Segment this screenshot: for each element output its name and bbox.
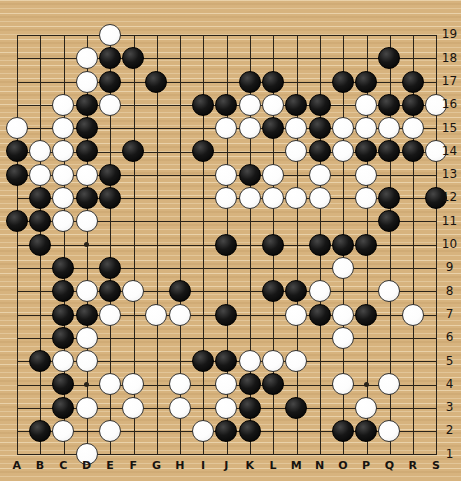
black-stone-K4 <box>239 373 261 395</box>
black-stone-C4 <box>52 373 74 395</box>
white-stone-Q4 <box>378 373 400 395</box>
white-stone-G7 <box>145 304 167 326</box>
black-stone-R14 <box>402 140 424 162</box>
white-stone-D11 <box>76 210 98 232</box>
black-stone-J7 <box>215 304 237 326</box>
black-stone-D7 <box>76 304 98 326</box>
row-label-14: 14 <box>439 140 460 163</box>
black-stone-R17 <box>402 71 424 93</box>
black-stone-B5 <box>29 350 51 372</box>
row-label-4: 4 <box>439 373 460 396</box>
white-stone-P13 <box>355 164 377 186</box>
black-stone-F18 <box>122 47 144 69</box>
white-stone-K16 <box>239 94 261 116</box>
column-label-N: N <box>308 458 331 474</box>
black-stone-N15 <box>309 117 331 139</box>
white-stone-J13 <box>215 164 237 186</box>
go-board-screenshot: ABCDEFGHIJKLMNOPQRS 19181716151413121110… <box>0 0 461 481</box>
column-label-Q: Q <box>378 458 401 474</box>
column-label-K: K <box>238 458 261 474</box>
white-stone-O4 <box>332 373 354 395</box>
column-label-O: O <box>331 458 354 474</box>
black-stone-A14 <box>6 140 28 162</box>
white-stone-J4 <box>215 373 237 395</box>
black-stone-P2 <box>355 420 377 442</box>
row-label-12: 12 <box>439 186 460 209</box>
white-stone-L13 <box>262 164 284 186</box>
black-stone-J5 <box>215 350 237 372</box>
white-stone-B14 <box>29 140 51 162</box>
white-stone-C2 <box>52 420 74 442</box>
black-stone-B11 <box>29 210 51 232</box>
white-stone-C5 <box>52 350 74 372</box>
white-stone-B13 <box>29 164 51 186</box>
row-label-9: 9 <box>439 256 460 279</box>
white-stone-Q15 <box>378 117 400 139</box>
white-stone-L16 <box>262 94 284 116</box>
star-point <box>84 382 89 387</box>
black-stone-R16 <box>402 94 424 116</box>
row-label-7: 7 <box>439 303 460 326</box>
black-stone-A13 <box>6 164 28 186</box>
white-stone-Q2 <box>378 420 400 442</box>
row-label-2: 2 <box>439 419 460 442</box>
white-stone-D8 <box>76 280 98 302</box>
column-label-J: J <box>215 458 238 474</box>
column-label-B: B <box>28 458 51 474</box>
black-stone-L4 <box>262 373 284 395</box>
black-stone-L8 <box>262 280 284 302</box>
white-stone-H4 <box>169 373 191 395</box>
black-stone-C7 <box>52 304 74 326</box>
black-stone-O17 <box>332 71 354 93</box>
row-label-18: 18 <box>439 47 460 70</box>
white-stone-D13 <box>76 164 98 186</box>
star-point <box>84 242 89 247</box>
white-stone-C14 <box>52 140 74 162</box>
row-label-13: 13 <box>439 163 460 186</box>
black-stone-O10 <box>332 234 354 256</box>
white-stone-C13 <box>52 164 74 186</box>
row-label-15: 15 <box>439 117 460 140</box>
white-stone-F4 <box>122 373 144 395</box>
column-label-I: I <box>191 458 214 474</box>
black-stone-Q12 <box>378 187 400 209</box>
row-label-6: 6 <box>439 326 460 349</box>
black-stone-M8 <box>285 280 307 302</box>
white-stone-K15 <box>239 117 261 139</box>
black-stone-Q18 <box>378 47 400 69</box>
white-stone-P15 <box>355 117 377 139</box>
white-stone-K5 <box>239 350 261 372</box>
row-coordinate-labels: 19181716151413121110987654321 <box>439 23 460 466</box>
black-stone-N14 <box>309 140 331 162</box>
row-label-5: 5 <box>439 350 460 373</box>
black-stone-L17 <box>262 71 284 93</box>
white-stone-O7 <box>332 304 354 326</box>
black-stone-M3 <box>285 397 307 419</box>
white-stone-E4 <box>99 373 121 395</box>
black-stone-A11 <box>6 210 28 232</box>
white-stone-A15 <box>6 117 28 139</box>
white-stone-H7 <box>169 304 191 326</box>
black-stone-K17 <box>239 71 261 93</box>
column-label-E: E <box>98 458 121 474</box>
white-stone-E16 <box>99 94 121 116</box>
white-stone-C12 <box>52 187 74 209</box>
black-stone-C9 <box>52 257 74 279</box>
white-stone-E2 <box>99 420 121 442</box>
black-stone-E9 <box>99 257 121 279</box>
black-stone-H8 <box>169 280 191 302</box>
white-stone-N13 <box>309 164 331 186</box>
black-stone-M16 <box>285 94 307 116</box>
column-label-G: G <box>145 458 168 474</box>
column-coordinate-labels: ABCDEFGHIJKLMNOPQRS <box>5 458 448 474</box>
black-stone-B12 <box>29 187 51 209</box>
row-label-8: 8 <box>439 280 460 303</box>
black-stone-E13 <box>99 164 121 186</box>
column-label-D: D <box>75 458 98 474</box>
black-stone-E8 <box>99 280 121 302</box>
white-stone-E7 <box>99 304 121 326</box>
white-stone-E19 <box>99 24 121 46</box>
black-stone-P17 <box>355 71 377 93</box>
black-stone-B10 <box>29 234 51 256</box>
white-stone-J15 <box>215 117 237 139</box>
black-stone-D12 <box>76 187 98 209</box>
black-stone-D16 <box>76 94 98 116</box>
black-stone-B2 <box>29 420 51 442</box>
board-stones-layer <box>5 23 448 466</box>
black-stone-L15 <box>262 117 284 139</box>
black-stone-N16 <box>309 94 331 116</box>
white-stone-P3 <box>355 397 377 419</box>
white-stone-I2 <box>192 420 214 442</box>
white-stone-J12 <box>215 187 237 209</box>
white-stone-C16 <box>52 94 74 116</box>
white-stone-F8 <box>122 280 144 302</box>
white-stone-C11 <box>52 210 74 232</box>
black-stone-D14 <box>76 140 98 162</box>
white-stone-H3 <box>169 397 191 419</box>
black-stone-E17 <box>99 71 121 93</box>
black-stone-D15 <box>76 117 98 139</box>
white-stone-D18 <box>76 47 98 69</box>
column-label-F: F <box>122 458 145 474</box>
row-label-19: 19 <box>439 23 460 46</box>
black-stone-C8 <box>52 280 74 302</box>
black-stone-I5 <box>192 350 214 372</box>
white-stone-P12 <box>355 187 377 209</box>
row-label-1: 1 <box>439 443 460 466</box>
black-stone-Q11 <box>378 210 400 232</box>
black-stone-Q14 <box>378 140 400 162</box>
black-stone-Q16 <box>378 94 400 116</box>
black-stone-I16 <box>192 94 214 116</box>
white-stone-M7 <box>285 304 307 326</box>
black-stone-P7 <box>355 304 377 326</box>
white-stone-L5 <box>262 350 284 372</box>
row-label-17: 17 <box>439 70 460 93</box>
black-stone-J10 <box>215 234 237 256</box>
row-label-16: 16 <box>439 93 460 116</box>
white-stone-N8 <box>309 280 331 302</box>
black-stone-K13 <box>239 164 261 186</box>
white-stone-O9 <box>332 257 354 279</box>
white-stone-K12 <box>239 187 261 209</box>
row-label-11: 11 <box>439 210 460 233</box>
white-stone-C15 <box>52 117 74 139</box>
white-stone-M5 <box>285 350 307 372</box>
white-stone-P16 <box>355 94 377 116</box>
column-label-C: C <box>52 458 75 474</box>
black-stone-E12 <box>99 187 121 209</box>
white-stone-O15 <box>332 117 354 139</box>
black-stone-F14 <box>122 140 144 162</box>
white-stone-M12 <box>285 187 307 209</box>
white-stone-D17 <box>76 71 98 93</box>
star-point <box>364 382 369 387</box>
white-stone-D5 <box>76 350 98 372</box>
black-stone-N10 <box>309 234 331 256</box>
white-stone-O6 <box>332 327 354 349</box>
column-label-L: L <box>261 458 284 474</box>
white-stone-J3 <box>215 397 237 419</box>
column-label-M: M <box>285 458 308 474</box>
black-stone-P14 <box>355 140 377 162</box>
white-stone-M15 <box>285 117 307 139</box>
white-stone-R7 <box>402 304 424 326</box>
white-stone-M14 <box>285 140 307 162</box>
black-stone-N7 <box>309 304 331 326</box>
black-stone-K3 <box>239 397 261 419</box>
column-label-P: P <box>355 458 378 474</box>
column-label-H: H <box>168 458 191 474</box>
row-label-10: 10 <box>439 233 460 256</box>
white-stone-F3 <box>122 397 144 419</box>
column-label-A: A <box>5 458 28 474</box>
black-stone-C3 <box>52 397 74 419</box>
black-stone-O2 <box>332 420 354 442</box>
black-stone-P10 <box>355 234 377 256</box>
white-stone-Q8 <box>378 280 400 302</box>
black-stone-K2 <box>239 420 261 442</box>
black-stone-L10 <box>262 234 284 256</box>
black-stone-C6 <box>52 327 74 349</box>
white-stone-O14 <box>332 140 354 162</box>
black-stone-E18 <box>99 47 121 69</box>
black-stone-J16 <box>215 94 237 116</box>
black-stone-I14 <box>192 140 214 162</box>
black-stone-J2 <box>215 420 237 442</box>
white-stone-D3 <box>76 397 98 419</box>
white-stone-R15 <box>402 117 424 139</box>
black-stone-G17 <box>145 71 167 93</box>
white-stone-N12 <box>309 187 331 209</box>
white-stone-L12 <box>262 187 284 209</box>
column-label-R: R <box>401 458 424 474</box>
row-label-3: 3 <box>439 396 460 419</box>
white-stone-D6 <box>76 327 98 349</box>
